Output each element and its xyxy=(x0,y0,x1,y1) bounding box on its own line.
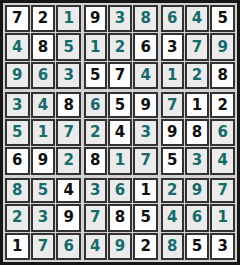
cell-r5c5[interactable]: 4 xyxy=(108,119,133,146)
cell-r8c3[interactable]: 9 xyxy=(56,204,81,231)
cell-r9c1[interactable]: 1 xyxy=(5,233,30,260)
cell-r1c2[interactable]: 2 xyxy=(31,5,56,32)
cell-r5c1[interactable]: 5 xyxy=(5,119,30,146)
cell-r9c8[interactable]: 5 xyxy=(185,233,210,260)
cell-r7c2[interactable]: 5 xyxy=(31,178,56,203)
cell-r9c4[interactable]: 4 xyxy=(84,233,107,260)
cell-r2c6[interactable]: 6 xyxy=(133,33,158,60)
cell-r3c5[interactable]: 7 xyxy=(108,62,133,89)
cell-r8c7[interactable]: 4 xyxy=(161,204,184,231)
cell-r3c3[interactable]: 3 xyxy=(56,62,81,89)
cell-r3c9[interactable]: 8 xyxy=(210,62,235,89)
cell-r2c7[interactable]: 3 xyxy=(161,33,184,60)
cell-r1c3[interactable]: 1 xyxy=(56,5,81,32)
cell-r4c4[interactable]: 6 xyxy=(84,92,107,117)
cell-r6c2[interactable]: 9 xyxy=(31,147,56,174)
cell-r9c2[interactable]: 7 xyxy=(31,233,56,260)
cell-r2c8[interactable]: 7 xyxy=(185,33,210,60)
cell-r7c7[interactable]: 2 xyxy=(161,178,184,203)
cell-r9c7[interactable]: 8 xyxy=(161,233,184,260)
cell-r9c6[interactable]: 2 xyxy=(133,233,158,260)
cell-r5c8[interactable]: 8 xyxy=(185,119,210,146)
cell-r1c8[interactable]: 4 xyxy=(185,5,210,32)
cell-r5c7[interactable]: 9 xyxy=(161,119,184,146)
cell-r6c3[interactable]: 2 xyxy=(56,147,81,174)
cell-r3c8[interactable]: 2 xyxy=(185,62,210,89)
cell-r7c3[interactable]: 4 xyxy=(56,178,81,203)
cell-r4c1[interactable]: 3 xyxy=(5,92,30,117)
cell-r6c9[interactable]: 4 xyxy=(210,147,235,174)
cell-r9c5[interactable]: 9 xyxy=(108,233,133,260)
cell-r4c8[interactable]: 1 xyxy=(185,92,210,117)
cell-r2c5[interactable]: 2 xyxy=(108,33,133,60)
cell-r9c3[interactable]: 6 xyxy=(56,233,81,260)
cell-r1c1[interactable]: 7 xyxy=(5,5,30,32)
cell-r2c9[interactable]: 9 xyxy=(210,33,235,60)
cell-r1c4[interactable]: 9 xyxy=(84,5,107,32)
cell-r6c6[interactable]: 7 xyxy=(133,147,158,174)
cell-r8c4[interactable]: 7 xyxy=(84,204,107,231)
cell-r1c6[interactable]: 8 xyxy=(133,5,158,32)
cell-r4c3[interactable]: 8 xyxy=(56,92,81,117)
cell-r7c4[interactable]: 3 xyxy=(84,178,107,203)
cell-r3c1[interactable]: 9 xyxy=(5,62,30,89)
cell-r8c9[interactable]: 1 xyxy=(210,204,235,231)
cell-r5c3[interactable]: 7 xyxy=(56,119,81,146)
cell-r3c4[interactable]: 5 xyxy=(84,62,107,89)
cell-r5c6[interactable]: 3 xyxy=(133,119,158,146)
cell-r6c5[interactable]: 1 xyxy=(108,147,133,174)
cell-r5c9[interactable]: 6 xyxy=(210,119,235,146)
cell-r1c7[interactable]: 6 xyxy=(161,5,184,32)
cell-r6c7[interactable]: 5 xyxy=(161,147,184,174)
cell-r7c8[interactable]: 9 xyxy=(185,178,210,203)
cell-r2c3[interactable]: 5 xyxy=(56,33,81,60)
cell-r2c2[interactable]: 8 xyxy=(31,33,56,60)
cell-r7c6[interactable]: 1 xyxy=(133,178,158,203)
cell-r4c9[interactable]: 2 xyxy=(210,92,235,117)
cell-r3c7[interactable]: 1 xyxy=(161,62,184,89)
cell-r6c8[interactable]: 3 xyxy=(185,147,210,174)
cell-r2c4[interactable]: 1 xyxy=(84,33,107,60)
cell-r3c2[interactable]: 6 xyxy=(31,62,56,89)
cell-r4c2[interactable]: 4 xyxy=(31,92,56,117)
cell-r5c2[interactable]: 1 xyxy=(31,119,56,146)
cell-r8c2[interactable]: 3 xyxy=(31,204,56,231)
cell-r3c6[interactable]: 4 xyxy=(133,62,158,89)
cell-r8c6[interactable]: 5 xyxy=(133,204,158,231)
cell-r7c5[interactable]: 6 xyxy=(108,178,133,203)
cell-r6c1[interactable]: 6 xyxy=(5,147,30,174)
cell-r1c5[interactable]: 3 xyxy=(108,5,133,32)
cell-r6c4[interactable]: 8 xyxy=(84,147,107,174)
cell-r7c9[interactable]: 7 xyxy=(210,178,235,203)
cell-r7c1[interactable]: 8 xyxy=(5,178,30,203)
cell-r1c9[interactable]: 5 xyxy=(210,5,235,32)
cell-r4c5[interactable]: 5 xyxy=(108,92,133,117)
cell-r5c4[interactable]: 2 xyxy=(84,119,107,146)
cell-r8c8[interactable]: 6 xyxy=(185,204,210,231)
cell-r2c1[interactable]: 4 xyxy=(5,33,30,60)
cell-r8c1[interactable]: 2 xyxy=(5,204,30,231)
cell-r4c6[interactable]: 9 xyxy=(133,92,158,117)
sudoku-board: 7219386454851263799635741283486597125172… xyxy=(0,0,240,265)
cell-r4c7[interactable]: 7 xyxy=(161,92,184,117)
cell-r9c9[interactable]: 3 xyxy=(210,233,235,260)
cell-r8c5[interactable]: 8 xyxy=(108,204,133,231)
